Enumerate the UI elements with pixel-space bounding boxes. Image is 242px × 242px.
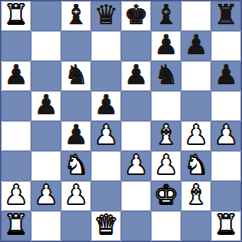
square-e3[interactable]: ♟ — [121, 151, 151, 181]
black-king[interactable]: ♚ — [124, 1, 148, 30]
square-h6[interactable]: ♟ — [211, 61, 241, 91]
square-h3[interactable] — [211, 151, 241, 181]
square-a8[interactable]: ♜ — [1, 1, 31, 31]
black-queen[interactable]: ♛ — [94, 1, 118, 30]
square-g4[interactable]: ♟ — [181, 121, 211, 151]
black-pawn[interactable]: ♟ — [124, 61, 148, 90]
square-f1[interactable] — [151, 211, 181, 241]
square-d6[interactable] — [91, 61, 121, 91]
square-e2[interactable] — [121, 181, 151, 211]
white-knight[interactable]: ♞ — [184, 151, 208, 180]
black-rook[interactable]: ♜ — [214, 1, 238, 30]
square-b3[interactable] — [31, 151, 61, 181]
white-rook[interactable]: ♜ — [214, 211, 238, 240]
square-d3[interactable] — [91, 151, 121, 181]
square-f8[interactable]: ♝ — [151, 1, 181, 31]
square-c5[interactable] — [61, 91, 91, 121]
white-rook[interactable]: ♜ — [4, 1, 28, 30]
black-pawn[interactable]: ♟ — [94, 91, 118, 120]
white-bishop[interactable]: ♝ — [184, 181, 208, 210]
black-bishop[interactable]: ♝ — [154, 1, 178, 30]
square-b5[interactable]: ♟ — [31, 91, 61, 121]
square-b1[interactable] — [31, 211, 61, 241]
white-rook[interactable]: ♜ — [4, 211, 28, 240]
square-c4[interactable]: ♟ — [61, 121, 91, 151]
square-g2[interactable]: ♝ — [181, 181, 211, 211]
square-h8[interactable]: ♜ — [211, 1, 241, 31]
square-h5[interactable] — [211, 91, 241, 121]
square-g1[interactable] — [181, 211, 211, 241]
square-c8[interactable]: ♝ — [61, 1, 91, 31]
square-g5[interactable] — [181, 91, 211, 121]
square-d8[interactable]: ♛ — [91, 1, 121, 31]
square-b7[interactable] — [31, 31, 61, 61]
white-pawn[interactable]: ♟ — [94, 121, 118, 150]
square-c6[interactable]: ♞ — [61, 61, 91, 91]
square-h2[interactable] — [211, 181, 241, 211]
square-e1[interactable] — [121, 211, 151, 241]
white-bishop[interactable]: ♝ — [154, 121, 178, 150]
square-a4[interactable] — [1, 121, 31, 151]
white-knight[interactable]: ♞ — [64, 151, 88, 180]
square-a1[interactable]: ♜ — [1, 211, 31, 241]
square-a5[interactable] — [1, 91, 31, 121]
square-f4[interactable]: ♝ — [151, 121, 181, 151]
square-g8[interactable] — [181, 1, 211, 31]
square-e4[interactable] — [121, 121, 151, 151]
black-knight[interactable]: ♞ — [154, 61, 178, 90]
square-c3[interactable]: ♞ — [61, 151, 91, 181]
square-f6[interactable]: ♞ — [151, 61, 181, 91]
black-pawn[interactable]: ♟ — [64, 121, 88, 150]
square-b2[interactable]: ♟ — [31, 181, 61, 211]
square-h4[interactable]: ♟ — [211, 121, 241, 151]
black-pawn[interactable]: ♟ — [154, 31, 178, 60]
square-e8[interactable]: ♚ — [121, 1, 151, 31]
chess-board: ♜♝♛♚♝♜♟♟♟♞♟♞♟♟♟♟♟♝♟♟♞♟♟♞♟♟♟♚♝♜♛♜ — [0, 0, 242, 242]
square-g3[interactable]: ♞ — [181, 151, 211, 181]
square-f7[interactable]: ♟ — [151, 31, 181, 61]
black-pawn[interactable]: ♟ — [34, 91, 58, 120]
square-a7[interactable] — [1, 31, 31, 61]
black-bishop[interactable]: ♝ — [64, 1, 88, 30]
square-e5[interactable] — [121, 91, 151, 121]
square-b4[interactable] — [31, 121, 61, 151]
square-d4[interactable]: ♟ — [91, 121, 121, 151]
black-knight[interactable]: ♞ — [64, 61, 88, 90]
white-pawn[interactable]: ♟ — [34, 181, 58, 210]
square-a6[interactable]: ♟ — [1, 61, 31, 91]
square-e7[interactable] — [121, 31, 151, 61]
white-king[interactable]: ♚ — [154, 181, 178, 210]
white-pawn[interactable]: ♟ — [154, 151, 178, 180]
square-h1[interactable]: ♜ — [211, 211, 241, 241]
square-g7[interactable]: ♟ — [181, 31, 211, 61]
square-a3[interactable] — [1, 151, 31, 181]
white-queen[interactable]: ♛ — [94, 211, 118, 240]
black-pawn[interactable]: ♟ — [4, 61, 28, 90]
square-c7[interactable] — [61, 31, 91, 61]
black-pawn[interactable]: ♟ — [214, 61, 238, 90]
white-pawn[interactable]: ♟ — [124, 151, 148, 180]
square-d7[interactable] — [91, 31, 121, 61]
white-pawn[interactable]: ♟ — [64, 181, 88, 210]
square-b8[interactable] — [31, 1, 61, 31]
square-d1[interactable]: ♛ — [91, 211, 121, 241]
square-c1[interactable] — [61, 211, 91, 241]
square-b6[interactable] — [31, 61, 61, 91]
square-h7[interactable] — [211, 31, 241, 61]
black-pawn[interactable]: ♟ — [184, 31, 208, 60]
square-g6[interactable] — [181, 61, 211, 91]
square-a2[interactable]: ♟ — [1, 181, 31, 211]
square-f5[interactable] — [151, 91, 181, 121]
white-pawn[interactable]: ♟ — [214, 121, 238, 150]
square-d2[interactable] — [91, 181, 121, 211]
square-d5[interactable]: ♟ — [91, 91, 121, 121]
square-c2[interactable]: ♟ — [61, 181, 91, 211]
square-e6[interactable]: ♟ — [121, 61, 151, 91]
square-f3[interactable]: ♟ — [151, 151, 181, 181]
white-pawn[interactable]: ♟ — [4, 181, 28, 210]
white-pawn[interactable]: ♟ — [184, 121, 208, 150]
square-f2[interactable]: ♚ — [151, 181, 181, 211]
